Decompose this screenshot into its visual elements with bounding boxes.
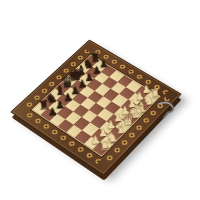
- white-rook-icon[interactable]: ♜: [98, 138, 111, 152]
- black-pawn-icon[interactable]: ♟: [46, 106, 58, 118]
- square-d4[interactable]: [89, 103, 105, 116]
- product-photo: ♜♞♝♛♚♝♞♜♟♟♟♟♟♟♟♟♟♟♟♟♟♟♟♟♜♞♝♛♚♝♞♜: [0, 0, 200, 200]
- metal-clasp-icon: [156, 99, 180, 123]
